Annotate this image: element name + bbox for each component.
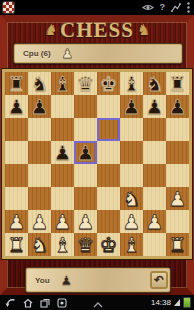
status-bar: ? (0, 0, 194, 15)
white-queen: ♛ (77, 235, 95, 255)
square-f1[interactable]: ♝ (120, 233, 143, 256)
square-e4[interactable] (97, 164, 120, 187)
square-d5[interactable]: ♟ (74, 141, 97, 164)
undo-arrow-icon: ↶ (154, 274, 164, 286)
white-pawn: ♟ (8, 212, 26, 232)
caret-up-icon[interactable] (93, 294, 103, 310)
dark-pawn-icon: ♟ (61, 274, 73, 287)
square-f2[interactable]: ♟ (120, 210, 143, 233)
opponent-bar: Cpu (6) ♟ (13, 43, 183, 64)
square-c4[interactable] (51, 164, 74, 187)
black-bishop: ♝ (123, 74, 141, 94)
square-g5[interactable] (143, 141, 166, 164)
square-a6[interactable] (5, 118, 28, 141)
square-g2[interactable]: ♟ (143, 210, 166, 233)
square-h1[interactable]: ♜ (166, 233, 189, 256)
black-pawn: ♟ (54, 143, 72, 163)
square-g7[interactable]: ♟ (143, 95, 166, 118)
square-d2[interactable]: ♟ (74, 210, 97, 233)
square-g8[interactable]: ♞ (143, 72, 166, 95)
square-g4[interactable] (143, 164, 166, 187)
square-a1[interactable]: ♜ (5, 233, 28, 256)
square-f8[interactable]: ♝ (120, 72, 143, 95)
square-h3[interactable]: ♟ (166, 187, 189, 210)
app-title: CHESS (60, 18, 134, 43)
square-b6[interactable] (28, 118, 51, 141)
square-d8[interactable]: ♛ (74, 72, 97, 95)
square-d4[interactable] (74, 164, 97, 187)
chess-app-notification-icon (3, 2, 14, 13)
black-knight: ♞ (31, 74, 49, 94)
white-pawn: ♟ (169, 189, 187, 209)
black-pawn: ♟ (8, 97, 26, 117)
black-rook: ♜ (8, 74, 26, 94)
app-background: ♞ CHESS ♞ Cpu (6) ♟ ♜♞♝♛♚♝♞♜♟♟♟♟♟♟♟♞♟♟♟♟… (0, 15, 194, 295)
square-d3[interactable] (74, 187, 97, 210)
white-pawn: ♟ (77, 212, 95, 232)
white-pawn: ♟ (54, 212, 72, 232)
opponent-name: Cpu (6) (23, 49, 51, 58)
square-g3[interactable] (143, 187, 166, 210)
help-icon[interactable]: ? (160, 2, 166, 13)
square-b7[interactable]: ♟ (28, 95, 51, 118)
square-a7[interactable]: ♟ (5, 95, 28, 118)
white-knight: ♞ (31, 235, 49, 255)
white-bishop: ♝ (123, 235, 141, 255)
black-pawn: ♟ (31, 97, 49, 117)
square-e1[interactable]: ♚ (97, 233, 120, 256)
square-e5[interactable] (97, 141, 120, 164)
square-h4[interactable] (166, 164, 189, 187)
black-bishop: ♝ (54, 74, 72, 94)
square-e7[interactable] (97, 95, 120, 118)
black-pawn: ♟ (169, 97, 187, 117)
black-pawn: ♟ (146, 97, 164, 117)
square-g1[interactable] (143, 233, 166, 256)
square-c1[interactable]: ♝ (51, 233, 74, 256)
capture-icon[interactable] (57, 294, 67, 310)
overflow-menu-icon[interactable] (187, 2, 190, 13)
stats-icon[interactable] (171, 3, 181, 12)
square-c5[interactable]: ♟ (51, 141, 74, 164)
chess-board: ♜♞♝♛♚♝♞♜♟♟♟♟♟♟♟♞♟♟♟♟♟♟♟♜♞♝♛♚♝♜ (5, 72, 189, 256)
square-d1[interactable]: ♛ (74, 233, 97, 256)
square-f6[interactable] (120, 118, 143, 141)
player-bar: You ♟ ↶ (25, 267, 171, 293)
square-c3[interactable] (51, 187, 74, 210)
white-knight: ♞ (123, 189, 141, 209)
square-a8[interactable]: ♜ (5, 72, 28, 95)
square-e3[interactable] (97, 187, 120, 210)
chess-app-screen: ? ♞ CHESS ♞ Cpu (6) ♟ ♜♞♝♛♚♝♞♜♟♟♟♟♟♟♟♞♟♟… (0, 0, 194, 310)
visibility-icon[interactable] (142, 3, 154, 12)
white-rook: ♜ (8, 235, 26, 255)
square-b1[interactable]: ♞ (28, 233, 51, 256)
black-knight: ♞ (146, 74, 164, 94)
square-b3[interactable] (28, 187, 51, 210)
recents-icon[interactable] (40, 294, 50, 310)
square-h5[interactable] (166, 141, 189, 164)
back-icon[interactable] (5, 294, 16, 310)
square-d7[interactable] (74, 95, 97, 118)
light-pawn-icon: ♟ (62, 47, 74, 60)
square-h2[interactable] (166, 210, 189, 233)
square-h6[interactable] (166, 118, 189, 141)
square-c6[interactable] (51, 118, 74, 141)
square-b8[interactable]: ♞ (28, 72, 51, 95)
home-icon[interactable] (23, 294, 33, 310)
square-f3[interactable]: ♞ (120, 187, 143, 210)
player-name: You (35, 276, 50, 285)
square-e8[interactable]: ♚ (97, 72, 120, 95)
white-bishop: ♝ (54, 235, 72, 255)
square-c2[interactable]: ♟ (51, 210, 74, 233)
clock: 14:38 (151, 299, 171, 307)
white-rook: ♜ (169, 235, 187, 255)
square-b2[interactable]: ♟ (28, 210, 51, 233)
black-pawn: ♟ (77, 143, 95, 163)
square-e6[interactable] (97, 118, 120, 141)
square-a2[interactable]: ♟ (5, 210, 28, 233)
square-a4[interactable] (5, 164, 28, 187)
white-pawn: ♟ (123, 212, 141, 232)
white-pawn: ♟ (31, 212, 49, 232)
square-a5[interactable] (5, 141, 28, 164)
white-king: ♚ (100, 235, 118, 255)
navigation-bar: 14:38 (0, 295, 194, 310)
square-c8[interactable]: ♝ (51, 72, 74, 95)
battery-icon (183, 297, 191, 308)
square-b4[interactable] (28, 164, 51, 187)
knight-icon: ♞ (137, 23, 150, 38)
square-c7[interactable] (51, 95, 74, 118)
square-e2[interactable] (97, 210, 120, 233)
square-f7[interactable]: ♟ (120, 95, 143, 118)
knight-icon: ♞ (44, 23, 57, 38)
square-g6[interactable] (143, 118, 166, 141)
square-d6[interactable] (74, 118, 97, 141)
white-pawn: ♟ (146, 212, 164, 232)
undo-button[interactable]: ↶ (150, 271, 168, 289)
square-f4[interactable] (120, 164, 143, 187)
square-f5[interactable] (120, 141, 143, 164)
black-rook: ♜ (169, 74, 187, 94)
square-a3[interactable] (5, 187, 28, 210)
square-b5[interactable] (28, 141, 51, 164)
black-queen: ♛ (77, 74, 95, 94)
black-king: ♚ (100, 74, 118, 94)
square-h8[interactable]: ♜ (166, 72, 189, 95)
app-header: ♞ CHESS ♞ (0, 16, 194, 44)
black-pawn: ♟ (123, 97, 141, 117)
signal-icon (174, 299, 180, 306)
board-frame: ♜♞♝♛♚♝♞♜♟♟♟♟♟♟♟♞♟♟♟♟♟♟♟♜♞♝♛♚♝♜ (2, 69, 192, 259)
square-h7[interactable]: ♟ (166, 95, 189, 118)
